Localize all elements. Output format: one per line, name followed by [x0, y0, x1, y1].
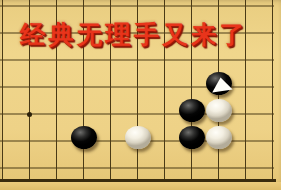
white-stone[interactable] [206, 126, 232, 149]
black-stone[interactable] [71, 126, 97, 149]
go-video-frame: 经典无理手又来了 [0, 0, 281, 190]
white-stone[interactable] [206, 99, 232, 122]
video-title: 经典无理手又来了 [20, 22, 280, 48]
black-stone[interactable] [179, 99, 205, 122]
white-stone[interactable] [125, 126, 151, 149]
black-stone[interactable] [179, 126, 205, 149]
black-stone[interactable] [206, 72, 232, 95]
board-bottom-margin [0, 182, 281, 190]
star-point [27, 112, 32, 117]
